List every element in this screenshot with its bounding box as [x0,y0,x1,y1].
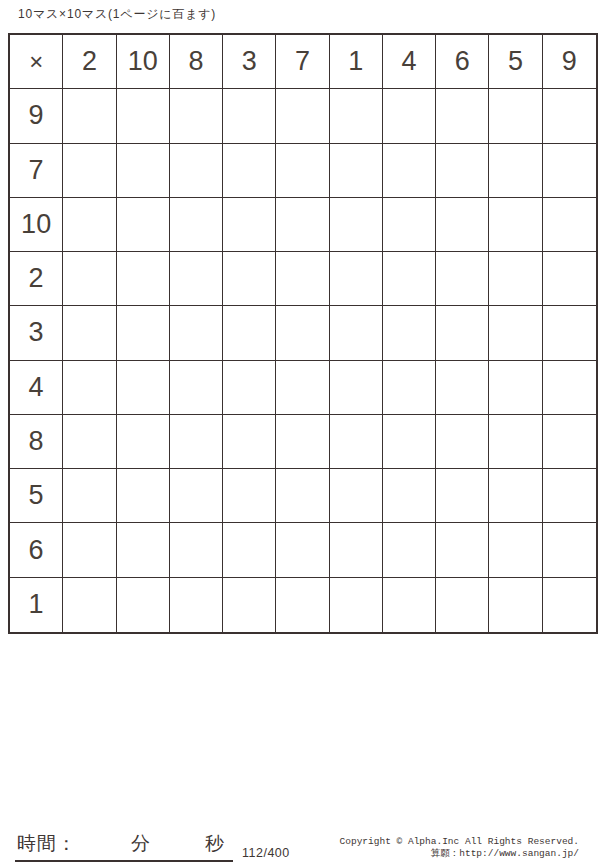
answer-cell[interactable] [63,361,116,415]
copyright-line1: Copyright © Alpha.Inc All Rights Reserve… [340,836,579,848]
answer-cell[interactable] [436,306,489,360]
answer-cell[interactable] [276,415,329,469]
answer-cell[interactable] [543,578,596,632]
answer-cell[interactable] [117,523,170,577]
answer-cell[interactable] [436,144,489,198]
answer-cell[interactable] [63,89,116,143]
answer-cell[interactable] [489,198,542,252]
answer-cell[interactable] [223,306,276,360]
col-header-cell: 2 [63,35,116,89]
answer-cell[interactable] [436,415,489,469]
answer-cell[interactable] [63,306,116,360]
answer-cell[interactable] [383,306,436,360]
answer-cell[interactable] [330,361,383,415]
answer-cell[interactable] [489,306,542,360]
answer-cell[interactable] [383,89,436,143]
col-header-cell: 5 [489,35,542,89]
answer-cell[interactable] [436,89,489,143]
seconds-label: 秒 [205,831,225,857]
answer-cell[interactable] [489,361,542,415]
answer-cell[interactable] [223,415,276,469]
answer-cell[interactable] [383,198,436,252]
answer-cell[interactable] [223,469,276,523]
worksheet-title: 10マス×10マス(1ページに百ます) [18,6,216,23]
answer-cell[interactable] [383,469,436,523]
answer-cell[interactable] [330,252,383,306]
answer-cell[interactable] [330,306,383,360]
answer-cell[interactable] [383,144,436,198]
answer-cell[interactable] [436,361,489,415]
answer-cell[interactable] [63,198,116,252]
answer-cell[interactable] [223,198,276,252]
answer-cell[interactable] [489,578,542,632]
answer-cell[interactable] [543,361,596,415]
answer-cell[interactable] [170,89,223,143]
time-entry-row: 時間： 分 秒 112/400 [15,831,290,862]
copyright-line2: 算願：http://www.sangan.jp/ [340,848,579,860]
row-header-cell: 8 [10,415,63,469]
answer-cell[interactable] [489,252,542,306]
answer-cell[interactable] [276,469,329,523]
answer-cell[interactable] [170,144,223,198]
answer-cell[interactable] [330,578,383,632]
answer-cell[interactable] [63,415,116,469]
answer-cell[interactable] [276,578,329,632]
answer-cell[interactable] [117,361,170,415]
answer-cell[interactable] [63,578,116,632]
row-header-cell: 5 [10,469,63,523]
answer-cell[interactable] [117,198,170,252]
answer-cell[interactable] [330,523,383,577]
answer-cell[interactable] [170,198,223,252]
answer-cell[interactable] [543,89,596,143]
answer-cell[interactable] [117,578,170,632]
answer-cell[interactable] [223,361,276,415]
answer-cell[interactable] [223,144,276,198]
operator-cell: × [10,35,63,89]
answer-cell[interactable] [383,252,436,306]
answer-cell[interactable] [330,89,383,143]
row-header-cell: 9 [10,89,63,143]
answer-cell[interactable] [330,469,383,523]
answer-cell[interactable] [489,523,542,577]
answer-cell[interactable] [223,89,276,143]
minutes-label: 分 [131,831,151,857]
answer-cell[interactable] [489,415,542,469]
answer-cell[interactable] [383,415,436,469]
answer-cell[interactable] [63,523,116,577]
row-header-cell: 1 [10,578,63,632]
answer-cell[interactable] [117,252,170,306]
seconds-blank[interactable] [151,849,205,850]
row-header-cell: 3 [10,306,63,360]
answer-cell[interactable] [117,306,170,360]
answer-cell[interactable] [543,306,596,360]
row-header-cell: 10 [10,198,63,252]
page-number: 112/400 [242,846,290,862]
row-header-cell: 4 [10,361,63,415]
answer-cell[interactable] [170,578,223,632]
answer-cell[interactable] [543,469,596,523]
answer-cell[interactable] [489,144,542,198]
answer-cell[interactable] [276,89,329,143]
col-header-cell: 1 [330,35,383,89]
answer-cell[interactable] [383,361,436,415]
answer-cell[interactable] [63,469,116,523]
time-label: 時間： [17,831,77,857]
answer-cell[interactable] [383,578,436,632]
col-header-cell: 9 [543,35,596,89]
multiplication-grid: ×2108371465997102348561 [8,33,598,634]
answer-cell[interactable] [543,252,596,306]
answer-cell[interactable] [170,252,223,306]
col-header-cell: 4 [383,35,436,89]
answer-cell[interactable] [436,198,489,252]
answer-cell[interactable] [543,523,596,577]
answer-cell[interactable] [117,89,170,143]
answer-cell[interactable] [543,415,596,469]
time-line: 時間： 分 秒 [15,831,233,862]
answer-cell[interactable] [276,252,329,306]
answer-cell[interactable] [276,361,329,415]
answer-cell[interactable] [543,144,596,198]
answer-cell[interactable] [170,469,223,523]
col-header-cell: 7 [276,35,329,89]
worksheet-page: 10マス×10マス(1ページに百ます) ×2108371465997102348… [0,0,600,865]
answer-cell[interactable] [330,415,383,469]
answer-cell[interactable] [436,578,489,632]
answer-cell[interactable] [117,415,170,469]
answer-cell[interactable] [436,523,489,577]
answer-cell[interactable] [276,523,329,577]
answer-cell[interactable] [117,469,170,523]
answer-cell[interactable] [170,523,223,577]
answer-cell[interactable] [117,144,170,198]
answer-cell[interactable] [223,578,276,632]
row-header-cell: 6 [10,523,63,577]
col-header-cell: 8 [170,35,223,89]
copyright: Copyright © Alpha.Inc All Rights Reserve… [340,836,579,860]
answer-cell[interactable] [276,144,329,198]
row-header-cell: 2 [10,252,63,306]
answer-cell[interactable] [63,252,116,306]
answer-cell[interactable] [63,144,116,198]
answer-cell[interactable] [170,361,223,415]
col-header-cell: 6 [436,35,489,89]
answer-cell[interactable] [276,198,329,252]
col-header-cell: 3 [223,35,276,89]
answer-cell[interactable] [223,252,276,306]
answer-cell[interactable] [223,523,276,577]
answer-cell[interactable] [276,306,329,360]
answer-cell[interactable] [489,89,542,143]
answer-cell[interactable] [330,144,383,198]
answer-cell[interactable] [330,198,383,252]
answer-cell[interactable] [543,198,596,252]
col-header-cell: 10 [117,35,170,89]
answer-cell[interactable] [436,252,489,306]
answer-cell[interactable] [170,306,223,360]
answer-cell[interactable] [383,523,436,577]
answer-cell[interactable] [170,415,223,469]
row-header-cell: 7 [10,144,63,198]
answer-cell[interactable] [489,469,542,523]
answer-cell[interactable] [436,469,489,523]
minutes-blank[interactable] [77,849,131,850]
